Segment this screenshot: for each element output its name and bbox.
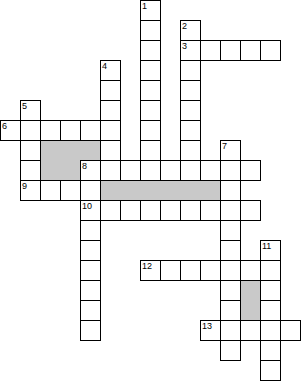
- white-cell[interactable]: [180, 100, 201, 121]
- white-cell[interactable]: [220, 180, 241, 201]
- white-cell[interactable]: [160, 200, 181, 221]
- white-cell[interactable]: [100, 160, 121, 181]
- white-cell[interactable]: [220, 260, 241, 281]
- white-cell[interactable]: [120, 200, 141, 221]
- gray-cell[interactable]: [120, 180, 141, 201]
- clue-number-8: 8: [82, 161, 87, 171]
- white-cell[interactable]: [60, 120, 81, 141]
- clue-number-6: 6: [2, 121, 7, 131]
- clue-number-2: 2: [182, 21, 187, 31]
- white-cell[interactable]: [220, 240, 241, 261]
- white-cell[interactable]: 9: [20, 180, 41, 201]
- white-cell[interactable]: [100, 140, 121, 161]
- white-cell[interactable]: 7: [220, 140, 241, 161]
- white-cell[interactable]: 1: [140, 0, 161, 21]
- gray-cell[interactable]: [80, 140, 101, 161]
- white-cell[interactable]: [260, 360, 281, 381]
- clue-number-9: 9: [22, 181, 27, 191]
- white-cell[interactable]: [260, 40, 281, 61]
- white-cell[interactable]: [120, 160, 141, 181]
- white-cell[interactable]: [140, 200, 161, 221]
- white-cell[interactable]: [140, 160, 161, 181]
- white-cell[interactable]: [100, 80, 121, 101]
- white-cell[interactable]: [260, 340, 281, 361]
- clue-number-13: 13: [202, 321, 212, 331]
- white-cell[interactable]: 8: [80, 160, 101, 181]
- gray-cell[interactable]: [180, 180, 201, 201]
- clue-number-11: 11: [262, 241, 271, 251]
- white-cell[interactable]: [200, 200, 221, 221]
- white-cell[interactable]: [180, 80, 201, 101]
- white-cell[interactable]: [140, 40, 161, 61]
- white-cell[interactable]: [260, 320, 281, 341]
- clue-number-4: 4: [102, 61, 107, 71]
- white-cell[interactable]: [140, 60, 161, 81]
- white-cell[interactable]: [40, 120, 61, 141]
- white-cell[interactable]: [20, 120, 41, 141]
- white-cell[interactable]: [80, 120, 101, 141]
- white-cell[interactable]: [80, 180, 101, 201]
- white-cell[interactable]: [100, 100, 121, 121]
- gray-cell[interactable]: [140, 180, 161, 201]
- gray-cell[interactable]: [240, 280, 261, 301]
- white-cell[interactable]: 6: [0, 120, 21, 141]
- white-cell[interactable]: [280, 320, 301, 341]
- white-cell[interactable]: 12: [140, 260, 161, 281]
- white-cell[interactable]: [160, 260, 181, 281]
- white-cell[interactable]: 10: [80, 200, 101, 221]
- crossword-board: 12345678910111213: [0, 0, 301, 381]
- white-cell[interactable]: [80, 280, 101, 301]
- gray-cell[interactable]: [60, 160, 81, 181]
- white-cell[interactable]: 4: [100, 60, 121, 81]
- gray-cell[interactable]: [160, 180, 181, 201]
- white-cell[interactable]: [40, 180, 61, 201]
- clue-number-10: 10: [82, 201, 92, 211]
- white-cell[interactable]: [240, 160, 261, 181]
- white-cell[interactable]: [220, 320, 241, 341]
- white-cell[interactable]: [220, 220, 241, 241]
- white-cell[interactable]: 5: [20, 100, 41, 121]
- white-cell[interactable]: [260, 260, 281, 281]
- white-cell[interactable]: [200, 40, 221, 61]
- white-cell[interactable]: [220, 340, 241, 361]
- gray-cell[interactable]: [60, 140, 81, 161]
- white-cell[interactable]: [80, 240, 101, 261]
- gray-cell[interactable]: [240, 300, 261, 321]
- white-cell[interactable]: [260, 280, 281, 301]
- white-cell[interactable]: 11: [260, 240, 281, 261]
- white-cell[interactable]: [100, 200, 121, 221]
- white-cell[interactable]: [140, 80, 161, 101]
- white-cell[interactable]: [140, 100, 161, 121]
- white-cell[interactable]: [200, 160, 221, 181]
- clue-number-5: 5: [22, 101, 27, 111]
- white-cell[interactable]: [200, 260, 221, 281]
- gray-cell[interactable]: [200, 180, 221, 201]
- clue-number-1: 1: [142, 1, 147, 11]
- clue-number-7: 7: [222, 141, 227, 151]
- white-cell[interactable]: 2: [180, 20, 201, 41]
- white-cell[interactable]: [180, 160, 201, 181]
- white-cell[interactable]: [240, 200, 261, 221]
- white-cell[interactable]: [80, 300, 101, 321]
- white-cell[interactable]: 13: [200, 320, 221, 341]
- white-cell[interactable]: [80, 220, 101, 241]
- white-cell[interactable]: [180, 60, 201, 81]
- white-cell[interactable]: [220, 300, 241, 321]
- white-cell[interactable]: [180, 140, 201, 161]
- gray-cell[interactable]: [100, 180, 121, 201]
- white-cell[interactable]: [220, 160, 241, 181]
- white-cell[interactable]: [180, 120, 201, 141]
- white-cell[interactable]: [140, 20, 161, 41]
- white-cell[interactable]: [140, 120, 161, 141]
- gray-cell[interactable]: [40, 140, 61, 161]
- white-cell[interactable]: [260, 300, 281, 321]
- white-cell[interactable]: [220, 200, 241, 221]
- white-cell[interactable]: [220, 40, 241, 61]
- white-cell[interactable]: [240, 320, 261, 341]
- white-cell[interactable]: [20, 140, 41, 161]
- white-cell[interactable]: [20, 160, 41, 181]
- white-cell[interactable]: [180, 260, 201, 281]
- white-cell[interactable]: [80, 320, 101, 341]
- clue-number-12: 12: [142, 261, 152, 271]
- white-cell[interactable]: 3: [180, 40, 201, 61]
- white-cell[interactable]: [220, 280, 241, 301]
- white-cell[interactable]: [240, 40, 261, 61]
- clue-number-3: 3: [182, 41, 187, 51]
- white-cell[interactable]: [80, 260, 101, 281]
- white-cell[interactable]: [160, 160, 181, 181]
- white-cell[interactable]: [60, 180, 81, 201]
- gray-cell[interactable]: [40, 160, 61, 181]
- white-cell[interactable]: [100, 120, 121, 141]
- white-cell[interactable]: [140, 140, 161, 161]
- white-cell[interactable]: [240, 260, 261, 281]
- white-cell[interactable]: [180, 200, 201, 221]
